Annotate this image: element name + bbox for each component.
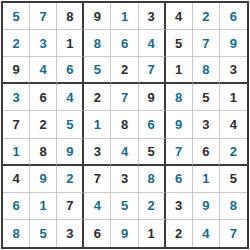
cell-r4c8[interactable]: 5 — [193, 84, 220, 111]
cell-r9c7[interactable]: 2 — [166, 220, 193, 247]
cell-r1c4[interactable]: 9 — [84, 3, 111, 30]
cell-r5c8[interactable]: 3 — [193, 111, 220, 138]
cell-r2c3[interactable]: 1 — [57, 30, 84, 57]
cell-r8c8[interactable]: 9 — [193, 193, 220, 220]
cell-r8c1[interactable]: 6 — [3, 193, 30, 220]
cell-r2c2[interactable]: 3 — [30, 30, 57, 57]
cell-r5c2[interactable]: 2 — [30, 111, 57, 138]
cell-r7c9[interactable]: 5 — [220, 166, 247, 193]
cell-r2c8[interactable]: 7 — [193, 30, 220, 57]
cell-r4c1[interactable]: 3 — [3, 84, 30, 111]
cell-r3c2[interactable]: 4 — [30, 57, 57, 84]
cell-r7c6[interactable]: 8 — [139, 166, 166, 193]
cell-r5c3[interactable]: 5 — [57, 111, 84, 138]
cell-r1c3[interactable]: 8 — [57, 3, 84, 30]
cell-r4c5[interactable]: 7 — [111, 84, 138, 111]
cell-r4c6[interactable]: 9 — [139, 84, 166, 111]
cell-r2c6[interactable]: 4 — [139, 30, 166, 57]
cell-r4c4[interactable]: 2 — [84, 84, 111, 111]
cell-r3c9[interactable]: 3 — [220, 57, 247, 84]
cell-r2c1[interactable]: 2 — [3, 30, 30, 57]
cell-r8c3[interactable]: 7 — [57, 193, 84, 220]
cell-r3c7[interactable]: 1 — [166, 57, 193, 84]
cell-r1c5[interactable]: 1 — [111, 3, 138, 30]
cell-r3c5[interactable]: 2 — [111, 57, 138, 84]
cell-r9c8[interactable]: 4 — [193, 220, 220, 247]
cell-r8c4[interactable]: 4 — [84, 193, 111, 220]
cell-r7c2[interactable]: 9 — [30, 166, 57, 193]
cell-r6c5[interactable]: 4 — [111, 139, 138, 166]
cell-r2c4[interactable]: 8 — [84, 30, 111, 57]
cell-r8c5[interactable]: 5 — [111, 193, 138, 220]
cell-r1c9[interactable]: 6 — [220, 3, 247, 30]
cell-r2c9[interactable]: 9 — [220, 30, 247, 57]
cell-r1c6[interactable]: 3 — [139, 3, 166, 30]
cell-r8c7[interactable]: 3 — [166, 193, 193, 220]
cell-r9c6[interactable]: 1 — [139, 220, 166, 247]
cell-r9c2[interactable]: 5 — [30, 220, 57, 247]
cell-r6c8[interactable]: 6 — [193, 139, 220, 166]
cell-r3c6[interactable]: 7 — [139, 57, 166, 84]
cell-r1c7[interactable]: 4 — [166, 3, 193, 30]
cell-r7c3[interactable]: 2 — [57, 166, 84, 193]
cell-r2c7[interactable]: 5 — [166, 30, 193, 57]
cell-r6c4[interactable]: 3 — [84, 139, 111, 166]
cell-r7c5[interactable]: 3 — [111, 166, 138, 193]
cell-r9c3[interactable]: 3 — [57, 220, 84, 247]
cell-r9c4[interactable]: 6 — [84, 220, 111, 247]
cell-r4c9[interactable]: 1 — [220, 84, 247, 111]
cell-r9c9[interactable]: 7 — [220, 220, 247, 247]
cell-r3c3[interactable]: 6 — [57, 57, 84, 84]
cell-r1c2[interactable]: 7 — [30, 3, 57, 30]
cell-r8c2[interactable]: 1 — [30, 193, 57, 220]
cell-r7c7[interactable]: 6 — [166, 166, 193, 193]
cell-r3c8[interactable]: 8 — [193, 57, 220, 84]
cell-r2c5[interactable]: 6 — [111, 30, 138, 57]
cell-r7c4[interactable]: 7 — [84, 166, 111, 193]
cell-r6c3[interactable]: 9 — [57, 139, 84, 166]
cell-r4c7[interactable]: 8 — [166, 84, 193, 111]
cell-r9c5[interactable]: 9 — [111, 220, 138, 247]
cell-r8c6[interactable]: 2 — [139, 193, 166, 220]
cell-r4c2[interactable]: 6 — [30, 84, 57, 111]
cell-r6c7[interactable]: 7 — [166, 139, 193, 166]
sudoku-board: 5789134262318645799465271833642798517251… — [1, 1, 249, 249]
cell-r9c1[interactable]: 8 — [3, 220, 30, 247]
cell-r7c8[interactable]: 1 — [193, 166, 220, 193]
cell-r5c7[interactable]: 9 — [166, 111, 193, 138]
cell-r3c1[interactable]: 9 — [3, 57, 30, 84]
cell-r5c9[interactable]: 4 — [220, 111, 247, 138]
cell-r7c1[interactable]: 4 — [3, 166, 30, 193]
cell-r8c9[interactable]: 8 — [220, 193, 247, 220]
cell-r1c1[interactable]: 5 — [3, 3, 30, 30]
cell-r1c8[interactable]: 2 — [193, 3, 220, 30]
cell-r6c9[interactable]: 2 — [220, 139, 247, 166]
cell-r6c1[interactable]: 1 — [3, 139, 30, 166]
cell-r6c6[interactable]: 5 — [139, 139, 166, 166]
cell-r5c5[interactable]: 8 — [111, 111, 138, 138]
cell-r3c4[interactable]: 5 — [84, 57, 111, 84]
cell-r5c6[interactable]: 6 — [139, 111, 166, 138]
cell-r6c2[interactable]: 8 — [30, 139, 57, 166]
cell-r4c3[interactable]: 4 — [57, 84, 84, 111]
cell-r5c4[interactable]: 1 — [84, 111, 111, 138]
cell-r5c1[interactable]: 7 — [3, 111, 30, 138]
